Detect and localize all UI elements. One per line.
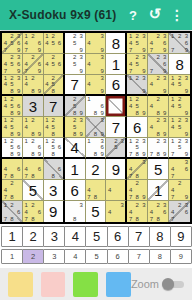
- cell-r5c9[interactable]: 123459: [169, 117, 190, 138]
- candidate-mark: 8: [134, 215, 141, 222]
- cell-r8c7[interactable]: 24789: [127, 180, 148, 201]
- candidate-mark: 7: [127, 67, 134, 74]
- candidate-mark: 6: [56, 61, 62, 68]
- candidate-mark: 9: [141, 151, 148, 157]
- cell-r2c3[interactable]: 2456: [44, 54, 65, 75]
- cell-r2c1[interactable]: 2345679: [2, 54, 23, 75]
- candidate-mark: 9: [36, 67, 43, 74]
- candidate-mark: 8: [134, 172, 141, 179]
- candidate-mark: 9: [161, 88, 168, 94]
- candidate-mark: 1: [169, 96, 176, 103]
- cell-r6c9[interactable]: 123579: [169, 138, 190, 159]
- candidate-mark: 3: [141, 33, 148, 40]
- given-digit: 3: [23, 96, 43, 116]
- cell-r4c9[interactable]: 12459: [169, 96, 190, 117]
- candidate-mark: 6: [56, 40, 62, 47]
- candidate-mark: 4: [148, 103, 155, 110]
- candidate-mark: 8: [92, 130, 99, 137]
- candidate-mark: 5: [134, 40, 141, 47]
- cell-r9c4[interactable]: 38: [65, 201, 86, 222]
- color-swatch-yellow[interactable]: [8, 272, 33, 297]
- candidate-mark: 9: [99, 109, 106, 116]
- numpad-large-key-4[interactable]: 4: [64, 226, 86, 247]
- cell-r8c4[interactable]: 6: [65, 180, 86, 201]
- candidate-mark: 4: [127, 166, 134, 173]
- candidate-mark: 3: [183, 33, 190, 40]
- candidate-mark: 4: [23, 166, 30, 173]
- candidate-mark: 1: [23, 33, 30, 40]
- cell-r1c1[interactable]: 2345679: [2, 33, 23, 54]
- candidate-mark: 1: [23, 201, 30, 208]
- color-swatch-pink[interactable]: [41, 272, 66, 297]
- cell-r4c2[interactable]: 3: [23, 96, 44, 117]
- cell-r7c6[interactable]: 9: [106, 159, 127, 180]
- candidate-mark: 9: [183, 193, 190, 200]
- candidate-mark: 4: [169, 124, 176, 131]
- candidate-mark: 9: [141, 109, 148, 116]
- cell-r5c1[interactable]: 124589: [2, 117, 23, 138]
- numpad-small-key-6[interactable]: 6: [107, 249, 129, 264]
- numpad-large-key-3[interactable]: 3: [43, 226, 65, 247]
- cell-r7c5[interactable]: 2: [86, 159, 107, 180]
- candidate-mark: 2: [30, 33, 37, 40]
- candidate-mark: 7: [2, 215, 9, 222]
- cell-r4c7[interactable]: 124589: [127, 96, 148, 117]
- candidate-mark: 5: [9, 103, 16, 110]
- candidate-mark: 7: [148, 151, 155, 157]
- candidate-mark: 2: [30, 75, 37, 81]
- candidate-mark: 2: [71, 117, 78, 124]
- cell-r3c1[interactable]: 1234589: [2, 75, 23, 96]
- candidate-mark: 6: [36, 166, 43, 173]
- cell-r9c6[interactable]: 34: [106, 201, 127, 222]
- entered-digit: 1: [148, 180, 168, 200]
- numpad-large-key-2[interactable]: 2: [22, 226, 44, 247]
- candidate-mark: 7: [2, 193, 9, 200]
- candidate-mark: 8: [71, 109, 78, 116]
- cell-r3c3[interactable]: 2458: [44, 75, 65, 96]
- numpad-large: 123456789: [1, 226, 191, 247]
- cell-r4c6[interactable]: [106, 96, 127, 117]
- candidate-mark: 3: [141, 138, 148, 144]
- app-bar-icons: ? ↺ ⋮: [122, 4, 192, 26]
- candidate-mark: 9: [36, 151, 43, 157]
- numpad-large-key-1[interactable]: 1: [1, 226, 23, 247]
- candidate-mark: 1: [2, 201, 9, 208]
- candidate-mark: 3: [15, 75, 22, 81]
- cell-r3c4[interactable]: 7: [65, 75, 86, 96]
- candidate-mark: 3: [161, 33, 168, 40]
- candidate-mark: 1: [2, 138, 9, 144]
- cell-r9c9[interactable]: 23467: [169, 201, 190, 222]
- candidate-mark: 4: [2, 81, 9, 87]
- candidate-mark: 1: [127, 33, 134, 40]
- candidate-mark: 9: [99, 88, 106, 94]
- candidate-mark: 4: [23, 81, 30, 87]
- entered-digit: 6: [106, 75, 125, 94]
- cell-r8c6[interactable]: 4: [106, 180, 127, 201]
- candidate-mark: 8: [9, 109, 16, 116]
- candidate-mark: 2: [9, 201, 16, 208]
- cell-r1c7[interactable]: 1234579: [127, 33, 148, 54]
- candidate-mark: 2: [155, 75, 162, 81]
- candidate-mark: 7: [2, 172, 9, 179]
- cell-r9c3[interactable]: 9: [44, 201, 65, 222]
- candidate-mark: 1: [86, 96, 93, 103]
- cell-r2c2[interactable]: 24679: [23, 54, 44, 75]
- candidate-mark: 7: [23, 46, 30, 53]
- cell-r3c6[interactable]: 6: [106, 75, 127, 96]
- candidate-mark: 4: [148, 208, 155, 215]
- candidate-mark: 9: [36, 88, 43, 94]
- cell-r3c7[interactable]: 1239: [127, 75, 148, 96]
- candidate-mark: 5: [9, 124, 16, 131]
- candidate-mark: 3: [141, 54, 148, 61]
- candidate-mark: 4: [2, 166, 9, 173]
- candidate-mark: 3: [141, 159, 148, 166]
- candidate-mark: 1: [86, 138, 93, 144]
- zoom-label: Zoom: [131, 278, 159, 290]
- candidate-mark: 9: [161, 46, 168, 53]
- candidate-mark: 7: [169, 151, 176, 157]
- candidate-mark: 4: [148, 40, 155, 47]
- candidate-mark: 1: [169, 33, 176, 40]
- cell-r1c4[interactable]: 2359: [65, 33, 86, 54]
- candidate-mark: 2: [134, 75, 141, 81]
- help-icon[interactable]: ?: [122, 4, 144, 26]
- cell-r7c2[interactable]: 4678: [23, 159, 44, 180]
- candidate-mark: 8: [155, 151, 162, 157]
- candidate-mark: 9: [141, 88, 148, 94]
- cell-r1c3[interactable]: 12456: [44, 33, 65, 54]
- color-swatch-blue[interactable]: [106, 272, 131, 297]
- candidate-mark: 7: [127, 46, 134, 53]
- numpad-small-key-7[interactable]: 7: [128, 249, 150, 264]
- cell-r8c2[interactable]: 5: [23, 180, 44, 201]
- candidate-mark: 2: [9, 117, 16, 124]
- cell-r6c4[interactable]: 4: [65, 138, 86, 159]
- candidate-mark: 6: [15, 61, 22, 68]
- candidate-mark: 4: [127, 40, 134, 47]
- undo-icon[interactable]: ↺: [144, 3, 166, 25]
- candidate-mark: 9: [78, 130, 85, 137]
- entered-digit: 2: [86, 159, 106, 179]
- candidate-mark: 7: [127, 193, 134, 200]
- candidate-mark: 4: [23, 61, 30, 68]
- cell-r8c5[interactable]: 478: [86, 180, 107, 201]
- candidate-mark: 8: [155, 215, 162, 222]
- cell-r5c8[interactable]: 23489: [148, 117, 169, 138]
- cell-r1c2[interactable]: 124679: [23, 33, 44, 54]
- candidate-mark: 7: [148, 215, 155, 222]
- cell-r2c8[interactable]: 23679: [148, 54, 169, 75]
- candidate-mark: 9: [99, 46, 106, 53]
- cell-r9c2[interactable]: 124678: [23, 201, 44, 222]
- candidate-mark: 4: [169, 166, 176, 173]
- candidate-mark: 3: [183, 75, 190, 81]
- cell-r5c5[interactable]: 389: [86, 117, 107, 138]
- candidate-mark: 6: [36, 61, 43, 68]
- candidate-mark: 9: [161, 151, 168, 157]
- candidate-mark: 4: [2, 124, 9, 131]
- app-bar: X-Sudoku 9x9 (61) ? ↺ ⋮: [0, 0, 192, 30]
- candidate-mark: 4: [106, 187, 112, 194]
- candidate-mark: 8: [30, 215, 37, 222]
- candidate-mark: 8: [30, 88, 37, 94]
- cell-r8c8[interactable]: 1: [148, 180, 169, 201]
- cell-r3c8[interactable]: 2349: [148, 75, 169, 96]
- cell-r8c3[interactable]: 3: [44, 180, 65, 201]
- entered-digit: 8: [106, 33, 125, 53]
- entered-digit: 3: [44, 180, 63, 200]
- candidate-mark: 4: [127, 187, 134, 194]
- cell-r4c3[interactable]: 7: [44, 96, 65, 117]
- cell-r2c6[interactable]: 1: [106, 54, 127, 75]
- cell-r5c7[interactable]: 6: [127, 117, 148, 138]
- candidate-mark: 5: [176, 81, 183, 87]
- candidate-mark: 1: [2, 96, 9, 103]
- candidate-mark: 7: [86, 193, 93, 200]
- candidate-mark: 4: [127, 208, 134, 215]
- candidate-mark: 7: [169, 215, 176, 222]
- cell-r7c7[interactable]: 3478: [127, 159, 148, 180]
- candidate-mark: 8: [30, 130, 37, 137]
- candidate-mark: 9: [161, 130, 168, 137]
- candidate-mark: 3: [183, 138, 190, 144]
- candidate-mark: 8: [50, 151, 56, 157]
- candidate-mark: 2: [155, 54, 162, 61]
- numpad-large-key-7[interactable]: 7: [128, 226, 150, 247]
- cell-r9c8[interactable]: 234678: [148, 201, 169, 222]
- cell-r5c4[interactable]: 23589: [65, 117, 86, 138]
- zoom-toggle-knob: [162, 278, 174, 290]
- bottom-toolbar: Zoom: [0, 268, 192, 300]
- candidate-mark: 9: [183, 151, 190, 157]
- overflow-menu-icon[interactable]: ⋮: [166, 4, 188, 26]
- candidate-mark: 3: [15, 33, 22, 40]
- candidate-mark: 1: [169, 117, 176, 124]
- cell-r8c9[interactable]: 2479: [169, 180, 190, 201]
- candidate-mark: 5: [71, 61, 78, 68]
- numpad-small-key-5[interactable]: 5: [85, 249, 107, 264]
- numpad-large-key-8[interactable]: 8: [149, 226, 171, 247]
- candidate-mark: 2: [176, 117, 183, 124]
- cell-r7c4[interactable]: 1: [65, 159, 86, 180]
- candidate-mark: 4: [169, 81, 176, 87]
- candidate-mark: 2: [155, 33, 162, 40]
- candidate-mark: 6: [15, 40, 22, 47]
- candidate-mark: 6: [161, 61, 168, 68]
- candidate-mark: 2: [134, 180, 141, 187]
- candidate-mark: 8: [9, 193, 16, 200]
- candidate-mark: 3: [78, 33, 85, 40]
- cell-r1c5[interactable]: 349: [86, 33, 107, 54]
- candidate-mark: 9: [78, 46, 85, 53]
- numpad-small-key-3[interactable]: 3: [43, 249, 65, 264]
- entered-digit: 6: [127, 117, 147, 137]
- candidate-mark: 2: [50, 117, 56, 124]
- candidate-mark: 8: [9, 172, 16, 179]
- cell-r6c7[interactable]: 1235789: [127, 138, 148, 159]
- cell-r4c5[interactable]: 1689: [86, 96, 107, 117]
- cell-r5c3[interactable]: 12458: [44, 117, 65, 138]
- candidate-mark: 2: [30, 138, 37, 144]
- cell-r7c3[interactable]: 68: [44, 159, 65, 180]
- candidate-mark: 4: [2, 61, 9, 68]
- candidate-mark: 1: [169, 138, 176, 144]
- candidate-mark: 6: [99, 103, 106, 110]
- candidate-mark: 4: [23, 208, 30, 215]
- candidate-mark: 2: [134, 201, 141, 208]
- candidate-mark: 9: [141, 67, 148, 74]
- candidate-mark: 6: [15, 208, 22, 215]
- entered-digit: 9: [44, 201, 63, 222]
- candidate-mark: 4: [169, 187, 176, 194]
- cell-r7c1[interactable]: 4678: [2, 159, 23, 180]
- cell-r7c8[interactable]: 5: [148, 159, 169, 180]
- candidate-mark: 7: [2, 67, 9, 74]
- candidate-mark: 4: [2, 103, 9, 110]
- cell-r2c9[interactable]: 8: [169, 54, 190, 75]
- numpad-small-key-9[interactable]: 9: [170, 249, 192, 264]
- candidate-mark: 3: [99, 54, 106, 61]
- zoom-toggle[interactable]: [162, 277, 186, 291]
- candidate-mark: 6: [56, 166, 62, 173]
- cell-r4c1[interactable]: 1245689: [2, 96, 23, 117]
- candidate-mark: 3: [15, 54, 22, 61]
- candidate-mark: 8: [50, 172, 56, 179]
- cell-r2c7[interactable]: 234579: [127, 54, 148, 75]
- cell-r9c5[interactable]: 5: [86, 201, 107, 222]
- candidate-mark: 3: [78, 201, 85, 208]
- candidate-mark: 7: [23, 67, 30, 74]
- candidate-mark: 2: [176, 96, 183, 103]
- cell-r3c2[interactable]: 12489: [23, 75, 44, 96]
- candidate-mark: 8: [92, 109, 99, 116]
- cell-r7c9[interactable]: 3467: [169, 159, 190, 180]
- cell-r5c6[interactable]: 7: [106, 117, 127, 138]
- cell-r8c1[interactable]: 2478: [2, 180, 23, 201]
- candidate-mark: 4: [2, 187, 9, 194]
- candidate-mark: 2: [9, 33, 16, 40]
- candidate-mark: 9: [36, 46, 43, 53]
- cell-r6c3[interactable]: 12568: [44, 138, 65, 159]
- candidate-mark: 2: [50, 54, 56, 61]
- candidate-mark: 2: [30, 117, 37, 124]
- candidate-mark: 9: [99, 67, 106, 74]
- candidate-mark: 9: [99, 151, 106, 157]
- candidate-mark: 9: [141, 193, 148, 200]
- cell-r1c8[interactable]: 234679: [148, 33, 169, 54]
- candidate-mark: 8: [92, 193, 99, 200]
- candidate-mark: 6: [183, 166, 190, 173]
- candidate-mark: 7: [127, 215, 134, 222]
- candidate-mark: 9: [36, 130, 43, 137]
- entered-digit: 9: [106, 159, 125, 179]
- cell-r6c6[interactable]: 235: [106, 138, 127, 159]
- candidate-mark: 8: [30, 172, 37, 179]
- cell-r6c8[interactable]: 23789: [148, 138, 169, 159]
- candidate-mark: 2: [176, 180, 183, 187]
- candidate-mark: 3: [183, 117, 190, 124]
- candidate-mark: 7: [148, 67, 155, 74]
- candidate-mark: 4: [86, 40, 93, 47]
- candidate-mark: 9: [183, 109, 190, 116]
- cell-r1c6[interactable]: 8: [106, 33, 127, 54]
- candidate-mark: 4: [127, 61, 134, 68]
- candidate-mark: 4: [169, 208, 176, 215]
- candidate-mark: 2: [134, 96, 141, 103]
- candidate-mark: 3: [141, 201, 148, 208]
- candidate-mark: 4: [86, 187, 93, 194]
- candidate-mark: 2: [30, 54, 37, 61]
- candidate-mark: 9: [15, 46, 22, 53]
- cell-r3c9[interactable]: 123459: [169, 75, 190, 96]
- cell-r9c7[interactable]: 23478: [127, 201, 148, 222]
- candidate-mark: 2: [30, 201, 37, 208]
- candidate-mark: 9: [161, 109, 168, 116]
- cell-r9c1[interactable]: 12678: [2, 201, 23, 222]
- color-swatch-green[interactable]: [73, 272, 98, 297]
- candidate-mark: 7: [2, 46, 9, 53]
- numpad-small-key-1[interactable]: 1: [1, 249, 23, 264]
- numpad-small: 123456789: [1, 249, 191, 264]
- candidate-mark: 8: [134, 193, 141, 200]
- numpad-small-key-8[interactable]: 8: [149, 249, 171, 264]
- candidate-mark: 3: [161, 54, 168, 61]
- candidate-mark: 6: [56, 144, 62, 150]
- numpad-large-key-6[interactable]: 6: [107, 226, 129, 247]
- cell-r1c9[interactable]: 123679: [169, 33, 190, 54]
- candidate-mark: 3: [161, 138, 168, 144]
- cell-r4c4[interactable]: 2589: [65, 96, 86, 117]
- candidate-mark: 5: [50, 124, 56, 131]
- entered-digit: 1: [106, 54, 125, 74]
- candidate-mark: 5: [176, 103, 183, 110]
- cell-r4c8[interactable]: 2489: [148, 96, 169, 117]
- cell-r6c2[interactable]: 12689: [23, 138, 44, 159]
- candidate-mark: 9: [15, 88, 22, 94]
- numpad-small-key-4[interactable]: 4: [64, 249, 86, 264]
- cell-r3c5[interactable]: 349: [86, 75, 107, 96]
- candidate-mark: 3: [183, 159, 190, 166]
- candidate-mark: 8: [155, 130, 162, 137]
- candidate-mark: 8: [71, 215, 78, 222]
- candidate-mark: 6: [161, 208, 168, 215]
- entered-digit: 6: [65, 180, 85, 200]
- candidate-mark: 3: [183, 201, 190, 208]
- candidate-mark: 5: [176, 124, 183, 131]
- candidate-mark: 3: [161, 201, 168, 208]
- numpad-large-key-5[interactable]: 5: [85, 226, 107, 247]
- cell-r2c5[interactable]: 349: [86, 54, 107, 75]
- numpad-small-key-2[interactable]: 2: [22, 249, 44, 264]
- cell-r2c4[interactable]: 2359: [65, 54, 86, 75]
- cell-r6c5[interactable]: 13689: [86, 138, 107, 159]
- candidate-mark: 6: [15, 166, 22, 173]
- cell-r6c1[interactable]: 125689: [2, 138, 23, 159]
- candidate-mark: 4: [169, 103, 176, 110]
- candidate-mark: 8: [155, 109, 162, 116]
- numpad-large-key-9[interactable]: 9: [170, 226, 192, 247]
- candidate-mark: 4: [86, 81, 93, 87]
- candidate-mark: 2: [155, 201, 162, 208]
- cell-r5c2[interactable]: 12489: [23, 117, 44, 138]
- candidate-mark: 9: [183, 88, 190, 94]
- candidate-mark: 8: [30, 151, 37, 157]
- candidate-mark: 1: [127, 138, 134, 144]
- candidate-mark: 3: [119, 201, 125, 208]
